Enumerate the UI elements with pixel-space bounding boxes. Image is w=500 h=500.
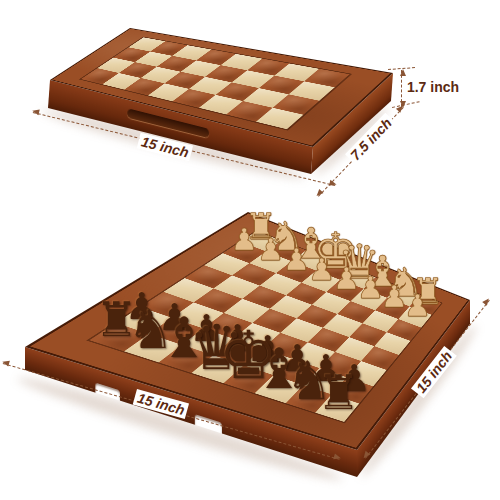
dimension-label-box-height: 1.7 inch <box>404 79 462 95</box>
product-scene: ♜♞♝♛♚♝♞♜♟♟♟♟♟♟♟♟♟♟♟♟♟♟♟♟♜♞♝♚♛♝♞♜ 15 inch… <box>0 0 500 500</box>
dimension-line-box-height <box>401 70 402 107</box>
